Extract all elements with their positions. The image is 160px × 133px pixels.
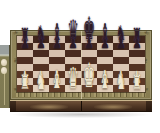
- square-h5: [129, 57, 145, 64]
- square-c7: ♟: [49, 43, 65, 50]
- piece-white-knight: ♞: [116, 71, 126, 93]
- square-d7: ♟: [65, 43, 81, 50]
- piece-white-queen: ♛: [67, 64, 78, 93]
- square-b6: [33, 50, 49, 57]
- neighbor-piece-blob: [1, 59, 7, 66]
- square-c1: ♝: [49, 85, 65, 92]
- board-fold-seam: [81, 31, 82, 99]
- piece-black-pawn: ♟: [101, 36, 110, 52]
- square-f7: ♟: [97, 43, 113, 50]
- square-d6: [65, 50, 81, 57]
- square-a6: [17, 50, 33, 57]
- piece-white-bishop: ♝: [52, 68, 62, 93]
- box-corner: [10, 101, 16, 111]
- piece-black-pawn: ♟: [53, 36, 62, 52]
- square-g7: ♟: [113, 43, 129, 50]
- square-g5: [113, 57, 129, 64]
- square-g1: ♞: [113, 85, 129, 92]
- cropped-neighbor-folded-set: [0, 45, 10, 108]
- square-f5: [97, 57, 113, 64]
- piece-black-pawn: ♟: [133, 36, 142, 52]
- square-c5: [49, 57, 65, 64]
- piece-white-king: ♚: [83, 59, 95, 93]
- piece-black-pawn: ♟: [85, 36, 94, 52]
- piece-black-pawn: ♟: [37, 36, 46, 52]
- piece-black-pawn: ♟: [69, 36, 78, 52]
- square-a7: ♟: [17, 43, 33, 50]
- box-inlay-engraving: [30, 104, 68, 110]
- square-f1: ♝: [97, 85, 113, 92]
- square-g6: [113, 50, 129, 57]
- board-frame: ❧ ❧ ❧ ❧ ❧ ❧ ♜♞♝♛♚♝♞♜♟♟♟♟♟♟♟♟♟♟♟♟♟♟♟♟♜♞♝♛…: [10, 30, 152, 100]
- piece-white-rook: ♜: [132, 73, 142, 93]
- square-f6: [97, 50, 113, 57]
- square-h6: [129, 50, 145, 57]
- piece-black-pawn: ♟: [117, 36, 126, 52]
- square-a5: [17, 57, 33, 64]
- square-h7: ♟: [129, 43, 145, 50]
- piece-white-bishop: ♝: [100, 68, 110, 93]
- square-c6: [49, 50, 65, 57]
- piece-white-rook: ♜: [20, 73, 30, 93]
- ground-shadow: [12, 111, 150, 118]
- square-e7: ♟: [81, 43, 97, 50]
- square-a1: ♜: [17, 85, 33, 92]
- box-inlay-engraving: [94, 104, 132, 110]
- box-corner: [146, 101, 152, 111]
- square-h1: ♜: [129, 85, 145, 92]
- square-b1: ♞: [33, 85, 49, 92]
- square-e1: ♚: [81, 85, 97, 92]
- square-b7: ♟: [33, 43, 49, 50]
- chess-set-photo: ❧ ❧ ❧ ❧ ❧ ❧ ♜♞♝♛♚♝♞♜♟♟♟♟♟♟♟♟♟♟♟♟♟♟♟♟♜♞♝♛…: [0, 0, 160, 133]
- piece-white-knight: ♞: [36, 71, 46, 93]
- square-d1: ♛: [65, 85, 81, 92]
- piece-black-pawn: ♟: [21, 36, 30, 52]
- square-b5: [33, 57, 49, 64]
- box-fold-seam: [81, 101, 82, 111]
- neighbor-engraving: [4, 73, 5, 105]
